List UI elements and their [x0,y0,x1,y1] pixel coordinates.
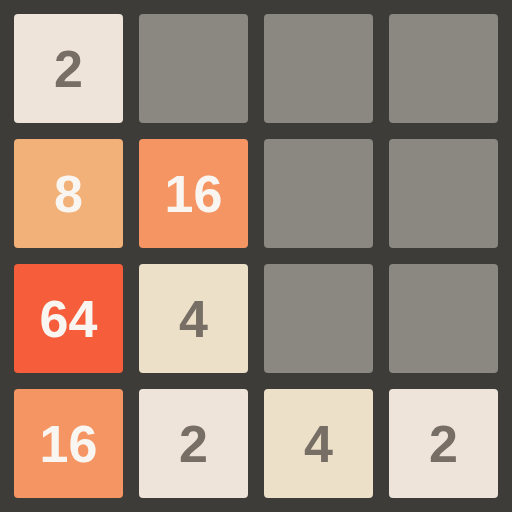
tile-2-r1c1: 2 [14,14,123,123]
empty-cell-r3c3 [264,264,373,373]
empty-cell-r3c4 [389,264,498,373]
tile-4-r4c3: 4 [264,389,373,498]
tile-16-r2c2: 16 [139,139,248,248]
tile-8-r2c1: 8 [14,139,123,248]
tile-2-r4c2: 2 [139,389,248,498]
tile-16-r4c1: 16 [14,389,123,498]
tile-2-r4c4: 2 [389,389,498,498]
2048-board[interactable]: 281664416242 [0,0,512,512]
2048-game-screen: 281664416242 [0,0,512,512]
tile-4-r3c2: 4 [139,264,248,373]
empty-cell-r1c4 [389,14,498,123]
empty-cell-r2c4 [389,139,498,248]
empty-cell-r1c3 [264,14,373,123]
empty-cell-r2c3 [264,139,373,248]
empty-cell-r1c2 [139,14,248,123]
tile-64-r3c1: 64 [14,264,123,373]
